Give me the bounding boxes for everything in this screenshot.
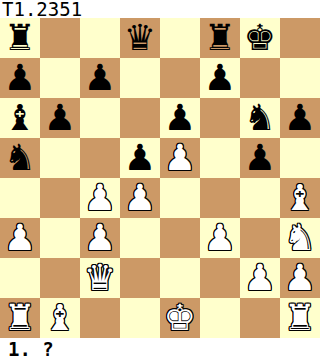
square-h5[interactable]: [280, 138, 320, 178]
square-e3[interactable]: [160, 218, 200, 258]
piece-white-pawn: ♟: [84, 178, 116, 218]
square-f5[interactable]: [200, 138, 240, 178]
square-d3[interactable]: [120, 218, 160, 258]
piece-white-pawn: ♟: [4, 218, 36, 258]
piece-black-king: ♚: [244, 18, 276, 58]
square-e6[interactable]: ♟: [160, 98, 200, 138]
square-d2[interactable]: [120, 258, 160, 298]
square-a4[interactable]: [0, 178, 40, 218]
square-h4[interactable]: ♝: [280, 178, 320, 218]
square-h7[interactable]: [280, 58, 320, 98]
square-f8[interactable]: ♜: [200, 18, 240, 58]
square-f6[interactable]: [200, 98, 240, 138]
piece-white-pawn: ♟: [164, 138, 196, 178]
piece-black-pawn: ♟: [204, 58, 236, 98]
square-b8[interactable]: [40, 18, 80, 58]
piece-white-pawn: ♟: [284, 258, 316, 298]
piece-white-queen: ♛: [84, 258, 116, 298]
piece-black-queen: ♛: [124, 18, 156, 58]
piece-black-pawn: ♟: [4, 58, 36, 98]
square-c5[interactable]: [80, 138, 120, 178]
square-h1[interactable]: ♜: [280, 298, 320, 338]
square-a1[interactable]: ♜: [0, 298, 40, 338]
square-b1[interactable]: ♝: [40, 298, 80, 338]
square-d1[interactable]: [120, 298, 160, 338]
square-g6[interactable]: ♞: [240, 98, 280, 138]
piece-white-pawn: ♟: [244, 258, 276, 298]
square-g7[interactable]: [240, 58, 280, 98]
square-d7[interactable]: [120, 58, 160, 98]
square-b3[interactable]: [40, 218, 80, 258]
square-f7[interactable]: ♟: [200, 58, 240, 98]
square-a3[interactable]: ♟: [0, 218, 40, 258]
square-e7[interactable]: [160, 58, 200, 98]
square-h8[interactable]: [280, 18, 320, 58]
piece-black-pawn: ♟: [244, 138, 276, 178]
square-c2[interactable]: ♛: [80, 258, 120, 298]
piece-black-pawn: ♟: [284, 98, 316, 138]
square-e8[interactable]: [160, 18, 200, 58]
chess-board: ♜♛♜♚♟♟♟♝♟♟♞♟♞♟♟♟♟♟♝♟♟♟♞♛♟♟♜♝♚♜: [0, 18, 320, 338]
piece-black-knight: ♞: [4, 138, 36, 178]
square-d4[interactable]: ♟: [120, 178, 160, 218]
square-c7[interactable]: ♟: [80, 58, 120, 98]
piece-black-pawn: ♟: [164, 98, 196, 138]
piece-white-pawn: ♟: [84, 218, 116, 258]
piece-white-rook: ♜: [284, 298, 316, 338]
piece-white-bishop: ♝: [44, 298, 76, 338]
square-a6[interactable]: ♝: [0, 98, 40, 138]
square-h2[interactable]: ♟: [280, 258, 320, 298]
piece-black-pawn: ♟: [44, 98, 76, 138]
square-f2[interactable]: [200, 258, 240, 298]
square-a2[interactable]: [0, 258, 40, 298]
piece-black-rook: ♜: [204, 18, 236, 58]
piece-white-bishop: ♝: [284, 178, 316, 218]
square-g2[interactable]: ♟: [240, 258, 280, 298]
square-b4[interactable]: [40, 178, 80, 218]
square-c8[interactable]: [80, 18, 120, 58]
square-f1[interactable]: [200, 298, 240, 338]
piece-black-bishop: ♝: [4, 98, 36, 138]
square-h3[interactable]: ♞: [280, 218, 320, 258]
square-a5[interactable]: ♞: [0, 138, 40, 178]
square-b6[interactable]: ♟: [40, 98, 80, 138]
square-c3[interactable]: ♟: [80, 218, 120, 258]
square-a7[interactable]: ♟: [0, 58, 40, 98]
square-c6[interactable]: [80, 98, 120, 138]
piece-white-rook: ♜: [4, 298, 36, 338]
piece-black-pawn: ♟: [84, 58, 116, 98]
piece-white-pawn: ♟: [204, 218, 236, 258]
square-b5[interactable]: [40, 138, 80, 178]
piece-white-knight: ♞: [284, 218, 316, 258]
square-g5[interactable]: ♟: [240, 138, 280, 178]
square-e1[interactable]: ♚: [160, 298, 200, 338]
square-g1[interactable]: [240, 298, 280, 338]
square-d5[interactable]: ♟: [120, 138, 160, 178]
move-prompt: 1. ?: [8, 339, 54, 359]
square-f3[interactable]: ♟: [200, 218, 240, 258]
square-d6[interactable]: [120, 98, 160, 138]
square-f4[interactable]: [200, 178, 240, 218]
square-b2[interactable]: [40, 258, 80, 298]
piece-white-pawn: ♟: [124, 178, 156, 218]
piece-black-knight: ♞: [244, 98, 276, 138]
square-a8[interactable]: ♜: [0, 18, 40, 58]
piece-black-rook: ♜: [4, 18, 36, 58]
piece-black-pawn: ♟: [124, 138, 156, 178]
square-e5[interactable]: ♟: [160, 138, 200, 178]
square-g8[interactable]: ♚: [240, 18, 280, 58]
square-b7[interactable]: [40, 58, 80, 98]
square-g3[interactable]: [240, 218, 280, 258]
square-c4[interactable]: ♟: [80, 178, 120, 218]
square-e4[interactable]: [160, 178, 200, 218]
square-h6[interactable]: ♟: [280, 98, 320, 138]
square-e2[interactable]: [160, 258, 200, 298]
puzzle-id-title: T1.2351: [2, 0, 82, 18]
square-g4[interactable]: [240, 178, 280, 218]
square-c1[interactable]: [80, 298, 120, 338]
piece-white-king: ♚: [164, 298, 196, 338]
square-d8[interactable]: ♛: [120, 18, 160, 58]
